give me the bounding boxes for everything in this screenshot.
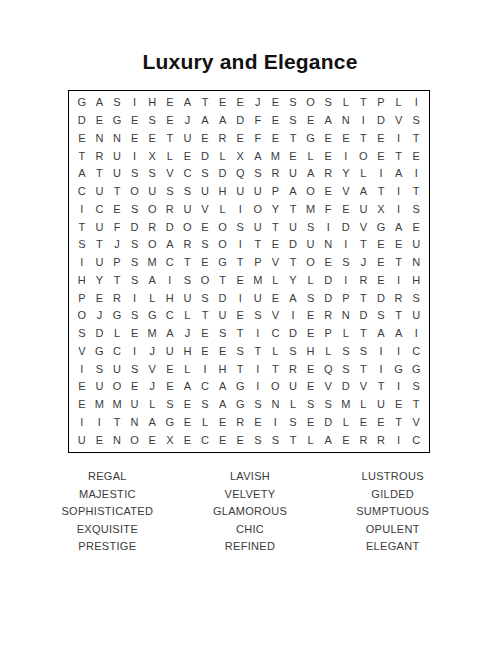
- grid-cell: J: [143, 378, 161, 396]
- grid-cell: S: [284, 94, 302, 112]
- grid-cell: T: [390, 254, 408, 272]
- grid-cell: T: [73, 218, 91, 236]
- grid-cell: T: [355, 289, 373, 307]
- grid-cell: U: [231, 183, 249, 201]
- grid-cell: O: [355, 147, 373, 165]
- grid-cell: O: [126, 183, 144, 201]
- grid-cell: G: [231, 378, 249, 396]
- grid-cell: G: [73, 94, 91, 112]
- grid-cell: T: [284, 254, 302, 272]
- grid-cell: S: [196, 165, 214, 183]
- grid-cell: T: [249, 343, 267, 361]
- grid-cell: D: [126, 218, 144, 236]
- grid-cell: I: [407, 94, 425, 112]
- grid-cell: R: [319, 165, 337, 183]
- grid-cell: I: [231, 201, 249, 219]
- grid-cell: F: [249, 112, 267, 130]
- grid-cell: V: [390, 112, 408, 130]
- grid-cell: E: [319, 254, 337, 272]
- grid-cell: Q: [231, 165, 249, 183]
- grid-cell: I: [390, 272, 408, 290]
- grid-cell: C: [179, 165, 197, 183]
- grid-cell: H: [214, 183, 232, 201]
- grid-cell: G: [372, 218, 390, 236]
- grid-cell: A: [179, 94, 197, 112]
- grid-cell: L: [179, 360, 197, 378]
- grid-cell: C: [108, 343, 126, 361]
- grid-cell: N: [319, 236, 337, 254]
- grid-cell: O: [143, 236, 161, 254]
- grid-cell: N: [108, 431, 126, 449]
- grid-cell: S: [143, 112, 161, 130]
- grid-cell: D: [214, 165, 232, 183]
- grid-cell: A: [214, 112, 232, 130]
- grid-cell: M: [143, 325, 161, 343]
- grid-cell: S: [126, 165, 144, 183]
- grid-cell: A: [161, 236, 179, 254]
- grid-cell: T: [372, 378, 390, 396]
- grid-cell: E: [390, 236, 408, 254]
- grid-cell: E: [302, 360, 320, 378]
- grid-cell: I: [126, 147, 144, 165]
- grid-cell: E: [73, 378, 91, 396]
- grid-cell: U: [179, 201, 197, 219]
- grid-cell: J: [179, 325, 197, 343]
- grid-cell: S: [126, 201, 144, 219]
- grid-cell: L: [143, 289, 161, 307]
- grid-cell: E: [214, 431, 232, 449]
- grid-cell: S: [355, 343, 373, 361]
- grid-cell: I: [337, 272, 355, 290]
- grid-cell: S: [126, 307, 144, 325]
- grid-cell: U: [91, 254, 109, 272]
- grid-cell: E: [319, 130, 337, 148]
- grid-cell: L: [390, 94, 408, 112]
- grid-cell: S: [161, 396, 179, 414]
- grid-cell: R: [179, 236, 197, 254]
- grid-cell: I: [319, 218, 337, 236]
- grid-cell: C: [267, 325, 285, 343]
- grid-cell: A: [143, 414, 161, 432]
- grid-cell: O: [179, 218, 197, 236]
- grid-cell: L: [108, 325, 126, 343]
- grid-cell: L: [355, 396, 373, 414]
- grid-cell: I: [337, 147, 355, 165]
- grid-cell: H: [73, 272, 91, 290]
- grid-cell: S: [407, 201, 425, 219]
- grid-cell: T: [91, 236, 109, 254]
- grid-cell: N: [337, 307, 355, 325]
- grid-cell: I: [372, 360, 390, 378]
- word-list-item: OPULENT: [321, 521, 464, 539]
- grid-cell: E: [355, 414, 373, 432]
- grid-cell: C: [91, 201, 109, 219]
- grid-cell: O: [302, 94, 320, 112]
- grid-cell: E: [231, 272, 249, 290]
- grid-cell: T: [73, 147, 91, 165]
- grid-cell: J: [355, 254, 373, 272]
- grid-cell: E: [196, 343, 214, 361]
- grid-cell: V: [73, 343, 91, 361]
- grid-cell: U: [126, 396, 144, 414]
- grid-cell: U: [196, 183, 214, 201]
- grid-cell: A: [284, 289, 302, 307]
- grid-cell: I: [390, 130, 408, 148]
- grid-cell: F: [319, 201, 337, 219]
- grid-cell: U: [407, 307, 425, 325]
- grid-cell: H: [214, 360, 232, 378]
- grid-cell: M: [108, 396, 126, 414]
- grid-cell: R: [390, 289, 408, 307]
- grid-cell: T: [267, 360, 285, 378]
- grid-cell: E: [143, 431, 161, 449]
- grid-cell: V: [407, 414, 425, 432]
- grid-cell: E: [249, 414, 267, 432]
- grid-cell: T: [284, 130, 302, 148]
- grid-cell: S: [249, 431, 267, 449]
- grid-cell: S: [249, 307, 267, 325]
- grid-cell: S: [407, 289, 425, 307]
- grid-cell: G: [91, 343, 109, 361]
- grid-cell: L: [337, 325, 355, 343]
- grid-cell: S: [179, 183, 197, 201]
- grid-cell: T: [161, 130, 179, 148]
- grid-cell: A: [319, 112, 337, 130]
- grid-cell: E: [302, 112, 320, 130]
- grid-cell: P: [267, 183, 285, 201]
- grid-cell: L: [179, 307, 197, 325]
- grid-cell: E: [267, 289, 285, 307]
- grid-cell: I: [372, 165, 390, 183]
- grid-cell: O: [267, 378, 285, 396]
- grid-cell: S: [337, 343, 355, 361]
- grid-cell: V: [337, 183, 355, 201]
- grid-cell: E: [231, 130, 249, 148]
- grid-cell: E: [407, 147, 425, 165]
- grid-cell: I: [284, 307, 302, 325]
- grid-cell: V: [267, 254, 285, 272]
- grid-cell: T: [390, 147, 408, 165]
- grid-cell: E: [337, 201, 355, 219]
- grid-cell: L: [267, 343, 285, 361]
- grid-cell: D: [319, 272, 337, 290]
- grid-cell: T: [284, 201, 302, 219]
- grid-cell: E: [319, 183, 337, 201]
- grid-cell: E: [319, 147, 337, 165]
- grid-cell: O: [126, 431, 144, 449]
- grid-cell: E: [196, 218, 214, 236]
- grid-cell: E: [214, 414, 232, 432]
- grid-cell: U: [302, 236, 320, 254]
- word-list-item: EXQUISITE: [36, 521, 179, 539]
- word-list-column-1: REGALMAJESTICSOPHISTICATEDEXQUISITEPREST…: [36, 468, 179, 556]
- grid-cell: M: [267, 147, 285, 165]
- grid-cell: S: [126, 254, 144, 272]
- grid-cell: U: [249, 218, 267, 236]
- grid-cell: Q: [319, 360, 337, 378]
- grid-cell: U: [91, 218, 109, 236]
- grid-cell: R: [319, 307, 337, 325]
- grid-cell: G: [108, 112, 126, 130]
- grid-cell: I: [407, 325, 425, 343]
- grid-cell: E: [372, 254, 390, 272]
- grid-cell: A: [372, 325, 390, 343]
- grid-cell: P: [73, 289, 91, 307]
- grid-cell: D: [372, 112, 390, 130]
- grid-cell: E: [372, 236, 390, 254]
- grid-cell: P: [319, 325, 337, 343]
- grid-cell: S: [337, 360, 355, 378]
- grid-cell: E: [267, 236, 285, 254]
- grid-cell: R: [214, 130, 232, 148]
- grid-cell: V: [355, 378, 373, 396]
- grid-cell: E: [91, 431, 109, 449]
- grid-cell: L: [337, 94, 355, 112]
- grid-cell: S: [407, 112, 425, 130]
- grid-cell: T: [179, 254, 197, 272]
- grid-cell: I: [126, 289, 144, 307]
- grid-cell: R: [372, 431, 390, 449]
- grid-cell: L: [355, 165, 373, 183]
- grid-cell: E: [196, 130, 214, 148]
- grid-cell: D: [319, 289, 337, 307]
- grid-cell: I: [390, 201, 408, 219]
- grid-cell: V: [196, 201, 214, 219]
- grid-cell: E: [179, 396, 197, 414]
- word-list-item: CHIC: [179, 521, 322, 539]
- grid-cell: E: [126, 325, 144, 343]
- word-list-column-3: LUSTROUSGILDEDSUMPTUOUSOPULENTELEGANT: [321, 468, 464, 556]
- grid-cell: V: [355, 218, 373, 236]
- grid-cell: I: [161, 272, 179, 290]
- grid-cell: U: [249, 289, 267, 307]
- grid-cell: C: [196, 378, 214, 396]
- grid-cell: G: [390, 360, 408, 378]
- grid-cell: E: [161, 94, 179, 112]
- grid-cell: S: [126, 236, 144, 254]
- grid-cell: I: [337, 236, 355, 254]
- grid-cell: S: [249, 396, 267, 414]
- grid-cell: E: [196, 325, 214, 343]
- grid-cell: Y: [91, 272, 109, 290]
- grid-cell: S: [407, 378, 425, 396]
- grid-cell: S: [196, 396, 214, 414]
- grid-cell: E: [73, 396, 91, 414]
- grid-cell: R: [355, 431, 373, 449]
- grid-cell: I: [73, 414, 91, 432]
- grid-cell: L: [319, 343, 337, 361]
- grid-cell: I: [249, 378, 267, 396]
- grid-cell: I: [249, 325, 267, 343]
- grid-cell: T: [355, 236, 373, 254]
- grid-cell: U: [108, 165, 126, 183]
- grid-cell: D: [284, 236, 302, 254]
- grid-cell: S: [302, 289, 320, 307]
- grid-cell: I: [126, 343, 144, 361]
- grid-cell: D: [284, 325, 302, 343]
- grid-cell: G: [407, 360, 425, 378]
- grid-cell: E: [231, 431, 249, 449]
- grid-cell: U: [143, 183, 161, 201]
- grid-cell: E: [407, 218, 425, 236]
- grid-cell: U: [284, 165, 302, 183]
- grid-cell: L: [214, 147, 232, 165]
- grid-cell: L: [161, 147, 179, 165]
- grid-cell: S: [319, 396, 337, 414]
- grid-cell: E: [372, 147, 390, 165]
- grid-cell: L: [284, 396, 302, 414]
- grid-cell: O: [73, 307, 91, 325]
- grid-cell: T: [407, 396, 425, 414]
- word-list-item: LUSTROUS: [321, 468, 464, 486]
- grid-cell: A: [355, 183, 373, 201]
- grid-cell: N: [126, 414, 144, 432]
- grid-cell: V: [143, 360, 161, 378]
- grid-cell: R: [91, 147, 109, 165]
- grid-cell: L: [267, 272, 285, 290]
- grid-cell: Y: [267, 201, 285, 219]
- grid-cell: E: [214, 94, 232, 112]
- grid-cell: T: [355, 325, 373, 343]
- grid-cell: O: [214, 236, 232, 254]
- grid-cell: U: [91, 378, 109, 396]
- grid-cell: A: [319, 431, 337, 449]
- grid-cell: A: [179, 378, 197, 396]
- grid-cell: I: [249, 360, 267, 378]
- grid-cell: G: [231, 396, 249, 414]
- grid-cell: I: [126, 94, 144, 112]
- grid-cell: R: [161, 201, 179, 219]
- grid-cell: N: [91, 130, 109, 148]
- grid-cell: S: [302, 218, 320, 236]
- grid-cell: I: [91, 414, 109, 432]
- grid-cell: T: [231, 360, 249, 378]
- grid-cell: S: [161, 183, 179, 201]
- grid-cell: C: [196, 431, 214, 449]
- word-list-item: REGAL: [36, 468, 179, 486]
- grid-cell: P: [108, 254, 126, 272]
- grid-cell: I: [73, 360, 91, 378]
- grid-cell: L: [302, 431, 320, 449]
- grid-cell: L: [214, 201, 232, 219]
- grid-cell: T: [214, 272, 232, 290]
- grid-cell: N: [267, 396, 285, 414]
- grid-cell: X: [143, 147, 161, 165]
- grid-cell: U: [407, 236, 425, 254]
- grid-cell: J: [91, 307, 109, 325]
- grid-cell: S: [249, 165, 267, 183]
- grid-cell: E: [231, 307, 249, 325]
- grid-cell: H: [302, 343, 320, 361]
- grid-cell: G: [161, 414, 179, 432]
- grid-cell: S: [231, 343, 249, 361]
- grid-cell: X: [231, 147, 249, 165]
- grid-cell: S: [284, 414, 302, 432]
- grid-cell: U: [284, 378, 302, 396]
- grid-cell: E: [108, 201, 126, 219]
- word-list-item: REFINED: [179, 538, 322, 556]
- grid-cell: T: [91, 165, 109, 183]
- grid-cell: T: [372, 183, 390, 201]
- grid-cell: L: [143, 396, 161, 414]
- word-list-item: PRESTIGE: [36, 538, 179, 556]
- grid-cell: A: [91, 94, 109, 112]
- grid-cell: E: [302, 325, 320, 343]
- grid-cell: R: [143, 218, 161, 236]
- grid-cell: E: [372, 414, 390, 432]
- grid-cell: A: [390, 325, 408, 343]
- grid-cell: D: [161, 218, 179, 236]
- grid-cell: E: [302, 307, 320, 325]
- grid-cell: N: [337, 112, 355, 130]
- grid-cell: C: [407, 431, 425, 449]
- grid-cell: S: [302, 396, 320, 414]
- grid-cell: I: [196, 360, 214, 378]
- grid-cell: X: [372, 201, 390, 219]
- grid-cell: E: [179, 147, 197, 165]
- grid-cell: L: [302, 147, 320, 165]
- grid-cell: V: [319, 378, 337, 396]
- grid-cell: M: [91, 396, 109, 414]
- grid-cell: E: [73, 130, 91, 148]
- grid-cell: C: [73, 183, 91, 201]
- grid-cell: I: [267, 414, 285, 432]
- grid-cell: O: [196, 272, 214, 290]
- grid-cell: T: [355, 360, 373, 378]
- grid-cell: H: [161, 289, 179, 307]
- grid-cell: E: [372, 130, 390, 148]
- grid-cell: F: [108, 218, 126, 236]
- grid-cell: U: [73, 431, 91, 449]
- word-list-item: VELVETY: [179, 486, 322, 504]
- grid-cell: T: [196, 307, 214, 325]
- grid-cell: H: [407, 272, 425, 290]
- grid-cell: E: [161, 112, 179, 130]
- grid-cell: A: [390, 218, 408, 236]
- word-list-item: MAJESTIC: [36, 486, 179, 504]
- grid-cell: J: [108, 236, 126, 254]
- grid-cell: S: [73, 325, 91, 343]
- grid-cell: G: [143, 307, 161, 325]
- grid-cell: S: [126, 272, 144, 290]
- grid-cell: S: [284, 112, 302, 130]
- grid-cell: E: [143, 130, 161, 148]
- grid-cell: Y: [337, 165, 355, 183]
- grid-cell: S: [231, 218, 249, 236]
- grid-cell: F: [249, 130, 267, 148]
- grid-cell: E: [337, 431, 355, 449]
- grid-cell: T: [390, 414, 408, 432]
- grid-cell: U: [214, 307, 232, 325]
- grid-cell: G: [108, 307, 126, 325]
- word-list-item: GLAMOROUS: [179, 503, 322, 521]
- grid-cell: U: [284, 218, 302, 236]
- grid-cell: A: [249, 147, 267, 165]
- word-list-item: SOPHISTICATED: [36, 503, 179, 521]
- grid-cell: E: [161, 378, 179, 396]
- grid-cell: I: [407, 165, 425, 183]
- grid-cell: D: [91, 325, 109, 343]
- grid-cell: O: [302, 254, 320, 272]
- grid-cell: L: [302, 272, 320, 290]
- grid-cell: E: [267, 94, 285, 112]
- grid-cell: L: [337, 414, 355, 432]
- grid-cell: U: [355, 201, 373, 219]
- grid-cell: E: [231, 94, 249, 112]
- grid-cell: A: [214, 378, 232, 396]
- page: Luxury and Elegance GASIHEATEEJESOSLTPLI…: [0, 0, 500, 647]
- grid-cell: E: [284, 147, 302, 165]
